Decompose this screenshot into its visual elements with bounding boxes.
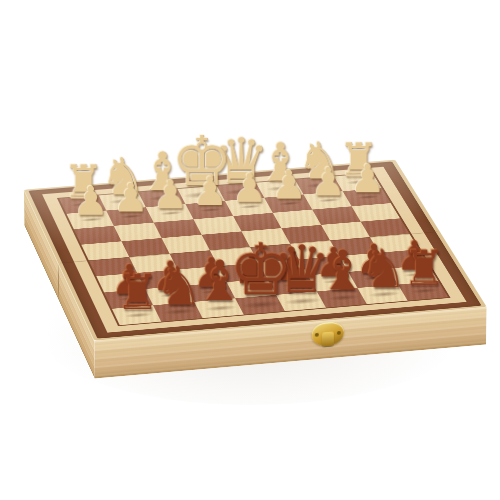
latch-knob xyxy=(321,331,333,346)
chess-board-box: ♜♞♝♚♛♝♞♜♟♟♟♟♟♟♟♟♟♟♟♟♟♟♟♟♜♞♝♚♛♝♞♜ xyxy=(24,160,487,341)
rook-glyph: ♜ xyxy=(75,268,198,316)
brass-latch xyxy=(311,322,343,347)
product-photo-scene: ♜♞♝♚♛♝♞♜♟♟♟♟♟♟♟♟♟♟♟♟♟♟♟♟♜♞♝♚♛♝♞♜ xyxy=(0,0,500,500)
pawn-glyph: ♟ xyxy=(31,181,150,221)
